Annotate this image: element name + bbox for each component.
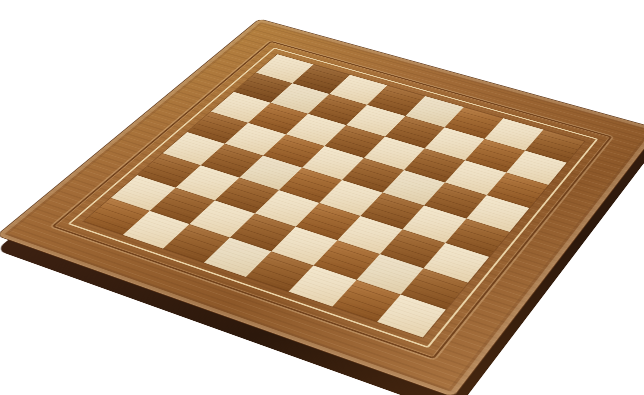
scene	[0, 0, 644, 395]
product-photo-canvas	[0, 0, 644, 395]
chess-board-3d	[0, 19, 644, 395]
board-frame	[0, 19, 644, 395]
